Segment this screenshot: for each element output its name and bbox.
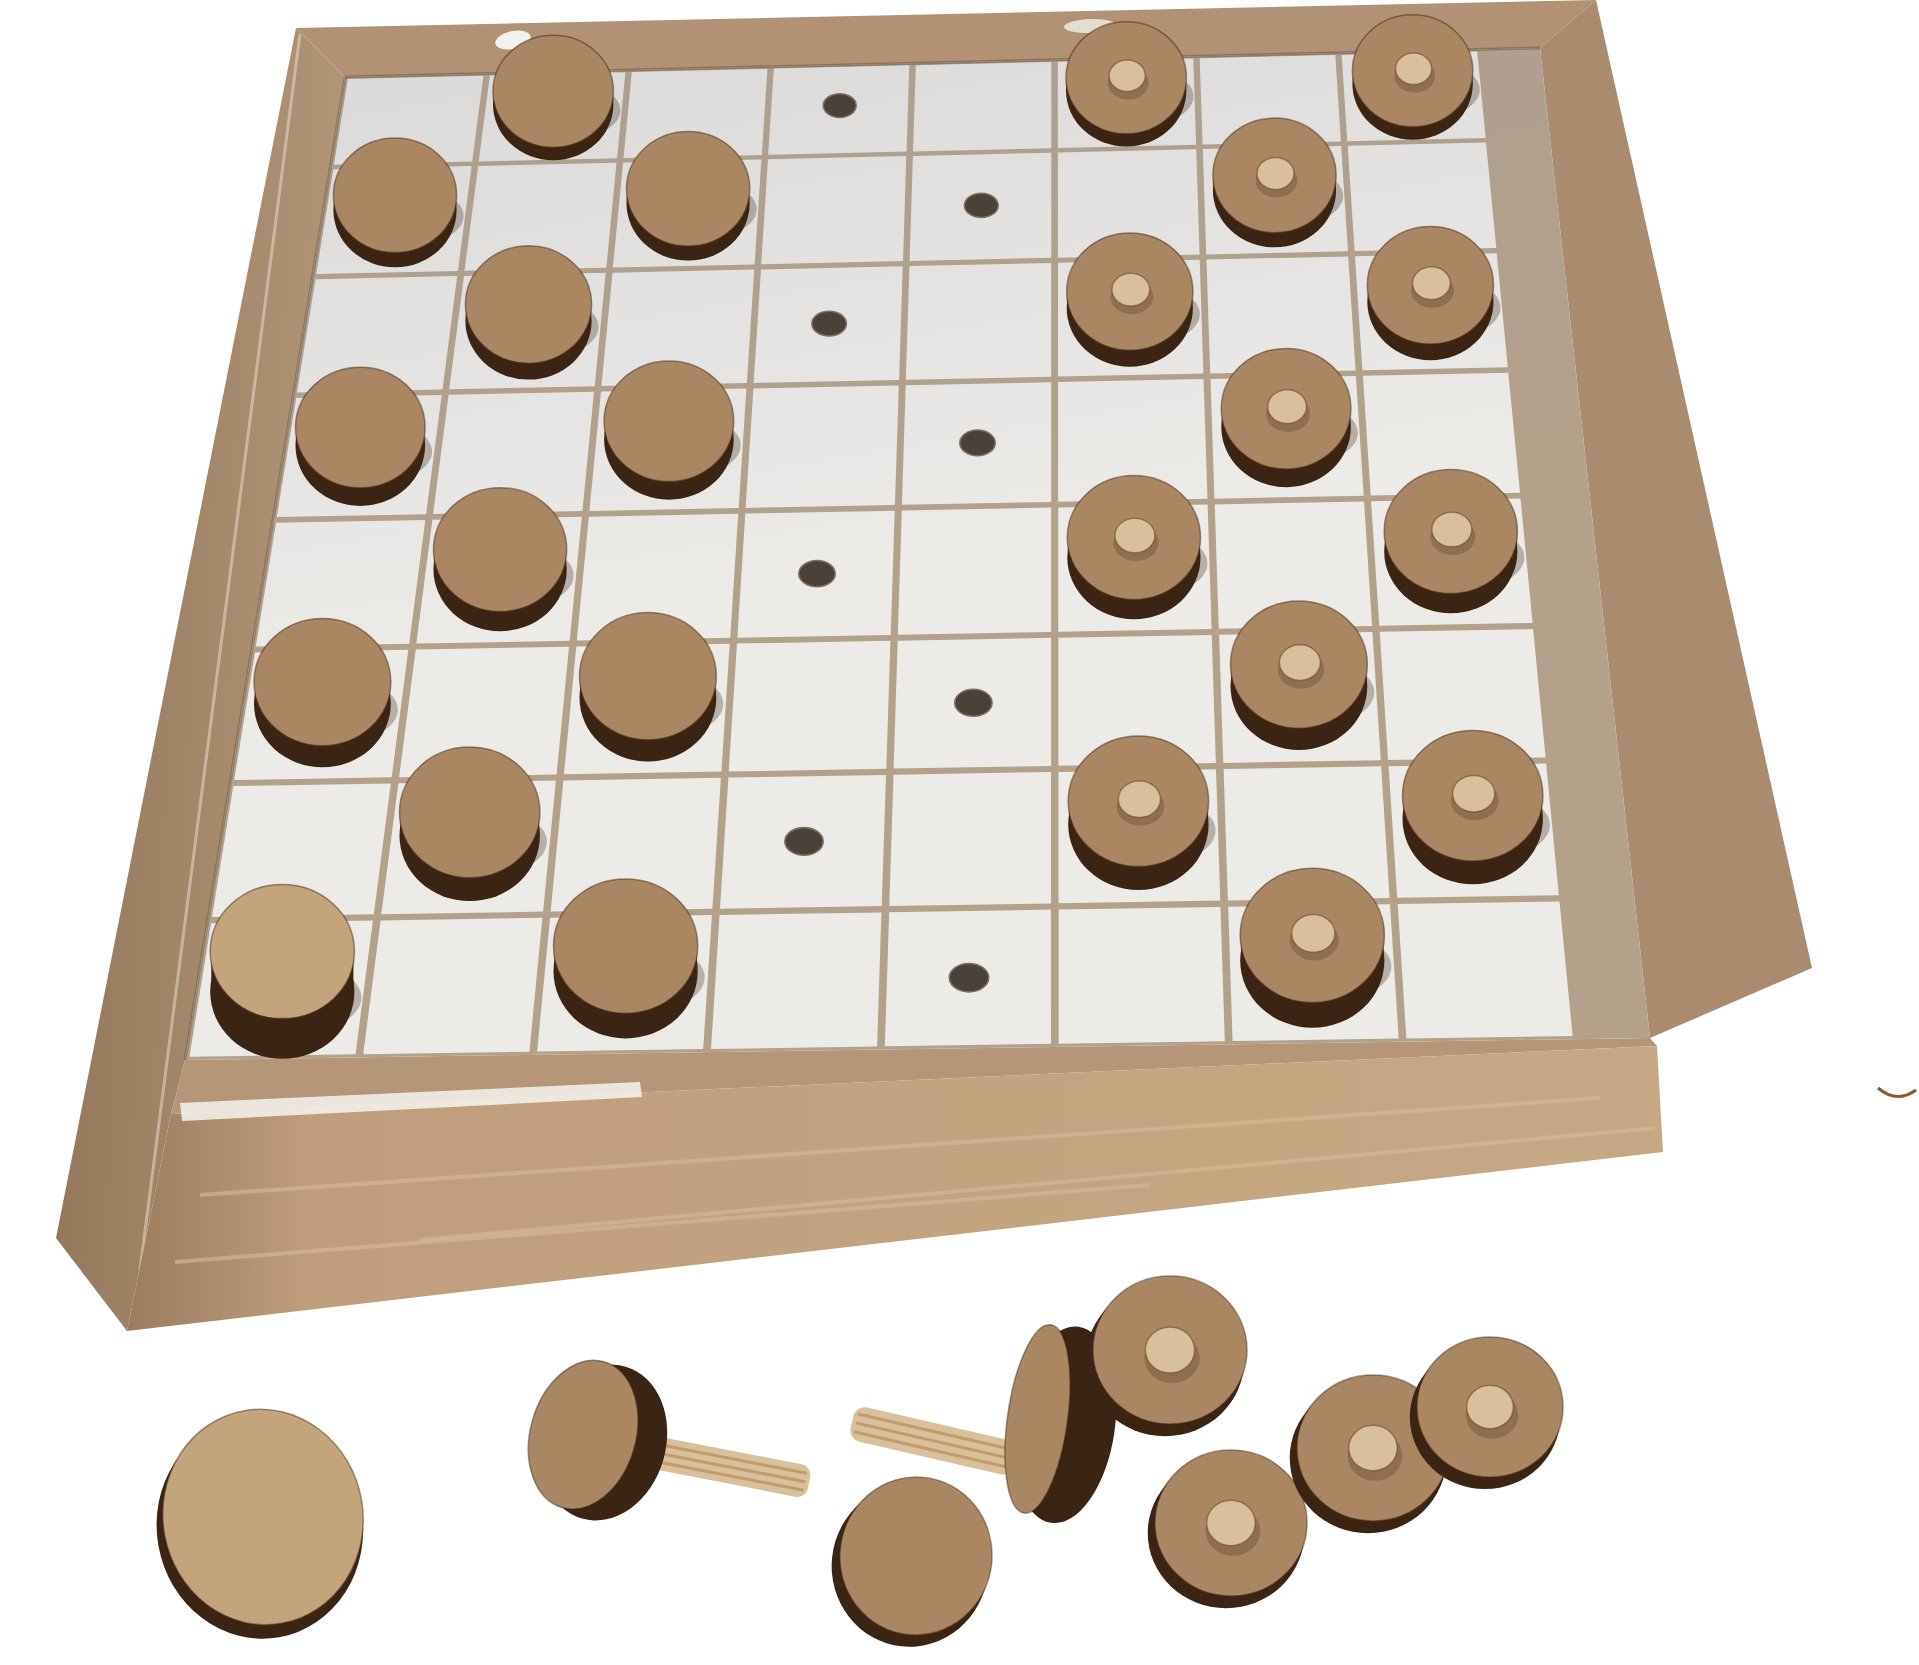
- cell-r7c5: [889, 772, 1051, 906]
- hole-opening: [785, 828, 823, 856]
- hole-opening: [799, 561, 835, 587]
- piece-dowel-peg: [848, 1405, 1020, 1477]
- loose-piece-peg-5[interactable]: [1086, 1276, 1247, 1436]
- loose-piece-side-2[interactable]: [510, 1346, 812, 1536]
- cell-r8c8: [1398, 902, 1573, 1039]
- disc-body: [1148, 1450, 1307, 1608]
- peg-top-icon: [1118, 781, 1160, 818]
- checkers-scene-svg: [0, 0, 1919, 1665]
- peg-top-icon: [1268, 390, 1307, 424]
- peg-top-icon: [1349, 1425, 1398, 1470]
- piece-top-face: [604, 361, 734, 482]
- piece-top-face: [296, 367, 426, 488]
- peg-top-icon: [1413, 267, 1451, 300]
- cell-r4c4: [746, 385, 899, 508]
- cell-r6c4: [729, 641, 891, 772]
- piece-top-face: [210, 884, 354, 1018]
- piece-top-face: [434, 488, 567, 612]
- piece-flat-r8c1[interactable]: [210, 884, 361, 1058]
- piece-top-face: [627, 131, 750, 246]
- peg-hole-r4c5: [960, 430, 995, 456]
- cell-r8c6: [1059, 907, 1225, 1044]
- hole-opening: [955, 689, 992, 716]
- hole-opening: [964, 193, 998, 217]
- piece-top-face: [580, 613, 717, 740]
- peg-hole-r1c4: [823, 94, 856, 118]
- peg-top-icon: [1115, 518, 1155, 553]
- piece-top-face: [493, 35, 613, 147]
- piece-top-face: [554, 879, 698, 1013]
- peg-top-icon: [1453, 775, 1495, 812]
- cell-r8c2: [363, 918, 542, 1054]
- piece-top-face: [400, 747, 540, 878]
- photo-artifact-arc: [1878, 1088, 1916, 1097]
- peg-hole-r2c5: [964, 193, 998, 217]
- peg-top-icon: [1396, 53, 1432, 84]
- peg-hole-r7c4: [785, 828, 823, 856]
- piece-top-face: [465, 246, 591, 363]
- peg-top-icon: [1207, 1500, 1256, 1545]
- loose-piece-flat-1[interactable]: [138, 1393, 383, 1655]
- cell-r3c5: [906, 263, 1051, 380]
- side-piece-head: [510, 1346, 685, 1536]
- peg-top-icon: [1467, 1385, 1514, 1428]
- piece-top-face: [254, 619, 391, 746]
- peg-top-icon: [1432, 512, 1472, 547]
- peg-top-icon: [1112, 273, 1150, 306]
- peg-top-icon: [1145, 1327, 1194, 1373]
- loose-piece-peg-6[interactable]: [1148, 1450, 1307, 1608]
- photo-scene: [0, 0, 1919, 1665]
- cell-r1c5: [913, 62, 1051, 151]
- disc-body: [138, 1393, 383, 1655]
- disc-body: [1086, 1276, 1247, 1436]
- disc-body: [824, 1469, 1000, 1655]
- peg-top-icon: [1109, 60, 1145, 91]
- hole-opening: [823, 94, 856, 118]
- peg-top-icon: [1257, 157, 1294, 189]
- hole-opening: [949, 964, 988, 992]
- peg-hole-r5c4: [799, 561, 835, 587]
- disc-face: [146, 1393, 380, 1640]
- cell-r2c4: [761, 156, 906, 264]
- peg-hole-r6c5: [955, 689, 992, 716]
- cell-r8c4: [711, 912, 881, 1049]
- peg-top-icon: [1279, 645, 1320, 681]
- peg-top-icon: [1292, 915, 1335, 953]
- peg-hole-r8c5: [949, 964, 988, 992]
- cell-r5c5: [898, 508, 1051, 635]
- piece-dowel-peg: [649, 1436, 812, 1499]
- disc-body: [1410, 1337, 1563, 1489]
- hole-opening: [960, 430, 995, 456]
- loose-piece-flat-4[interactable]: [824, 1469, 1000, 1655]
- peg-hole-r3c4: [812, 311, 847, 336]
- loose-piece-peg-8[interactable]: [1410, 1337, 1563, 1489]
- piece-top-face: [333, 138, 456, 253]
- hole-opening: [812, 311, 847, 336]
